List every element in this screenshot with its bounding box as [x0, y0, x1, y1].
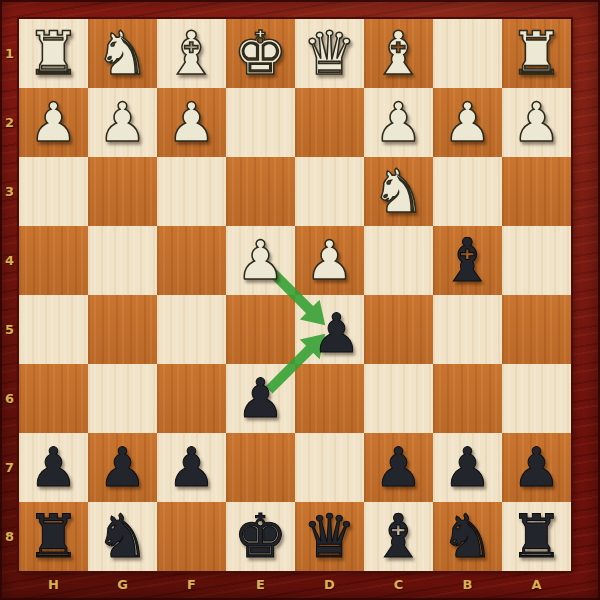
rank-label-8: 8 [0, 529, 19, 544]
white-pawn-glyph: ♟ [167, 88, 215, 157]
square-c5[interactable] [364, 295, 433, 364]
square-e2[interactable] [226, 88, 295, 157]
file-label-f: F [157, 573, 226, 600]
black-knight-glyph: ♞ [96, 502, 150, 571]
white-knight-glyph: ♞ [96, 19, 150, 88]
square-b1[interactable] [433, 19, 502, 88]
black-bishop-glyph: ♝ [441, 226, 495, 295]
black-pawn-h7[interactable]: ♟ [19, 433, 88, 502]
square-h6[interactable] [19, 364, 88, 433]
white-rook-glyph: ♜ [510, 19, 564, 88]
square-b3[interactable] [433, 157, 502, 226]
square-f8[interactable] [157, 502, 226, 571]
rank-label-3: 3 [0, 184, 19, 199]
white-rook-glyph: ♜ [27, 19, 81, 88]
black-bishop-c8[interactable]: ♝ [364, 502, 433, 571]
black-knight-g8[interactable]: ♞ [88, 502, 157, 571]
black-knight-glyph: ♞ [441, 502, 495, 571]
file-label-e: E [226, 573, 295, 600]
white-pawn-glyph: ♟ [29, 88, 77, 157]
square-d3[interactable] [295, 157, 364, 226]
square-c6[interactable] [364, 364, 433, 433]
square-d7[interactable] [295, 433, 364, 502]
square-g5[interactable] [88, 295, 157, 364]
white-pawn-glyph: ♟ [305, 226, 353, 295]
white-rook-h1[interactable]: ♜ [19, 19, 88, 88]
white-pawn-e4[interactable]: ♟ [226, 226, 295, 295]
black-pawn-b7[interactable]: ♟ [433, 433, 502, 502]
square-g6[interactable] [88, 364, 157, 433]
square-h3[interactable] [19, 157, 88, 226]
black-pawn-d5[interactable]: ♟ [302, 299, 371, 368]
black-pawn-glyph: ♟ [29, 433, 77, 502]
square-a5[interactable] [502, 295, 571, 364]
file-label-d: D [295, 573, 364, 600]
black-rook-glyph: ♜ [510, 502, 564, 571]
black-queen-d8[interactable]: ♛ [295, 502, 364, 571]
white-pawn-h2[interactable]: ♟ [19, 88, 88, 157]
white-bishop-glyph: ♝ [372, 19, 426, 88]
black-pawn-g7[interactable]: ♟ [88, 433, 157, 502]
black-pawn-glyph: ♟ [374, 433, 422, 502]
black-pawn-glyph: ♟ [167, 433, 215, 502]
square-b6[interactable] [433, 364, 502, 433]
file-label-c: C [364, 573, 433, 600]
square-e3[interactable] [226, 157, 295, 226]
black-king-e8[interactable]: ♚ [226, 502, 295, 571]
white-bishop-f1[interactable]: ♝ [157, 19, 226, 88]
black-rook-glyph: ♜ [27, 502, 81, 571]
white-pawn-glyph: ♟ [512, 88, 560, 157]
square-a4[interactable] [502, 226, 571, 295]
square-h5[interactable] [19, 295, 88, 364]
file-label-g: G [88, 573, 157, 600]
file-label-a: A [502, 573, 571, 600]
file-label-b: B [433, 573, 502, 600]
rank-label-6: 6 [0, 391, 19, 406]
square-b5[interactable] [433, 295, 502, 364]
white-rook-a1[interactable]: ♜ [502, 19, 571, 88]
square-a3[interactable] [502, 157, 571, 226]
white-bishop-glyph: ♝ [165, 19, 219, 88]
white-bishop-c1[interactable]: ♝ [364, 19, 433, 88]
square-h4[interactable] [19, 226, 88, 295]
rank-label-2: 2 [0, 115, 19, 130]
black-pawn-glyph: ♟ [98, 433, 146, 502]
white-king-glyph: ♚ [234, 19, 288, 88]
black-rook-a8[interactable]: ♜ [502, 502, 571, 571]
black-pawn-f7[interactable]: ♟ [157, 433, 226, 502]
black-pawn-a7[interactable]: ♟ [502, 433, 571, 502]
white-pawn-glyph: ♟ [443, 88, 491, 157]
file-label-h: H [19, 573, 88, 600]
square-g4[interactable] [88, 226, 157, 295]
black-pawn-glyph: ♟ [236, 364, 284, 433]
square-d2[interactable] [295, 88, 364, 157]
rank-label-1: 1 [0, 46, 19, 61]
white-queen-d1[interactable]: ♛ [295, 19, 364, 88]
white-pawn-a2[interactable]: ♟ [502, 88, 571, 157]
chess-board-screenshot: ♜♞♝♚♛♝♜♟♟♟♟♟♟♞♟♟♝♟♟♟♟♟♟♟♟♜♞♚♛♝♞♜ 1234567… [0, 0, 600, 600]
black-rook-h8[interactable]: ♜ [19, 502, 88, 571]
black-king-glyph: ♚ [234, 502, 288, 571]
white-pawn-glyph: ♟ [374, 88, 422, 157]
white-knight-g1[interactable]: ♞ [88, 19, 157, 88]
square-g3[interactable] [88, 157, 157, 226]
black-knight-b8[interactable]: ♞ [433, 502, 502, 571]
square-f3[interactable] [157, 157, 226, 226]
black-pawn-glyph: ♟ [443, 433, 491, 502]
black-bishop-glyph: ♝ [372, 502, 426, 571]
square-f5[interactable] [157, 295, 226, 364]
white-king-e1[interactable]: ♚ [226, 19, 295, 88]
white-pawn-f2[interactable]: ♟ [157, 88, 226, 157]
white-pawn-d4[interactable]: ♟ [295, 226, 364, 295]
black-pawn-glyph: ♟ [312, 299, 360, 368]
white-pawn-glyph: ♟ [98, 88, 146, 157]
rank-label-5: 5 [0, 322, 19, 337]
white-pawn-c2[interactable]: ♟ [364, 88, 433, 157]
black-pawn-c7[interactable]: ♟ [364, 433, 433, 502]
white-pawn-g2[interactable]: ♟ [88, 88, 157, 157]
black-pawn-glyph: ♟ [512, 433, 560, 502]
black-bishop-b4[interactable]: ♝ [433, 226, 502, 295]
white-pawn-b2[interactable]: ♟ [433, 88, 502, 157]
square-e7[interactable] [226, 433, 295, 502]
white-knight-glyph: ♞ [372, 157, 426, 226]
white-queen-glyph: ♛ [303, 19, 357, 88]
square-d6[interactable] [295, 364, 364, 433]
square-f6[interactable] [157, 364, 226, 433]
black-pawn-e6[interactable]: ♟ [226, 364, 295, 433]
rank-label-4: 4 [0, 253, 19, 268]
rank-label-7: 7 [0, 460, 19, 475]
white-pawn-glyph: ♟ [236, 226, 284, 295]
black-queen-glyph: ♛ [303, 502, 357, 571]
square-c4[interactable] [364, 226, 433, 295]
white-knight-c3[interactable]: ♞ [364, 157, 433, 226]
square-e5[interactable] [226, 295, 295, 364]
square-a6[interactable] [502, 364, 571, 433]
square-f4[interactable] [157, 226, 226, 295]
